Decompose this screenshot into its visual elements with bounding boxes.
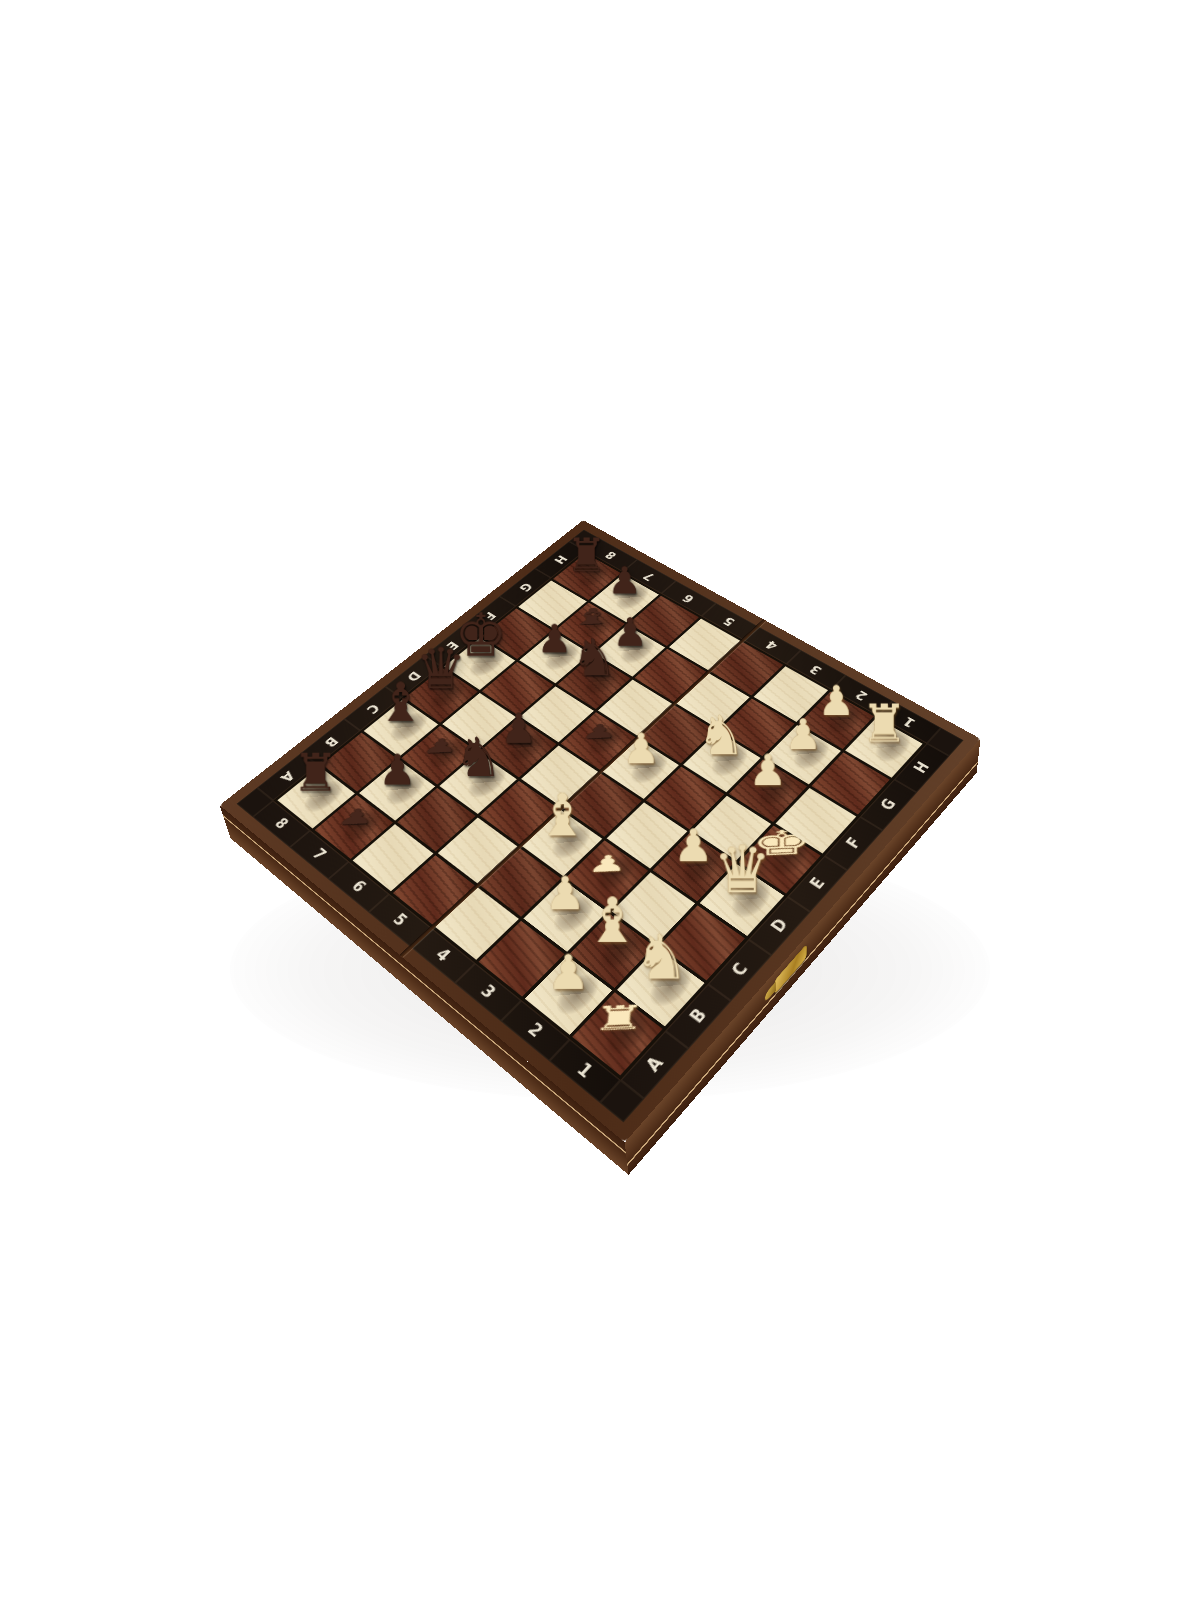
- piece-shadow: [501, 727, 552, 768]
- square-e5: ♟: [560, 712, 635, 770]
- scene: ABCDEFGH ABCDEFGH 87654321 87654321 ♜♝♛♚…: [0, 0, 1200, 1600]
- piece-shadow: [786, 733, 836, 775]
- square-c5: [480, 781, 559, 845]
- piece-wN-f3: ♞: [694, 709, 749, 763]
- piece-shadow: [544, 819, 598, 865]
- piece-shadow: [609, 581, 655, 615]
